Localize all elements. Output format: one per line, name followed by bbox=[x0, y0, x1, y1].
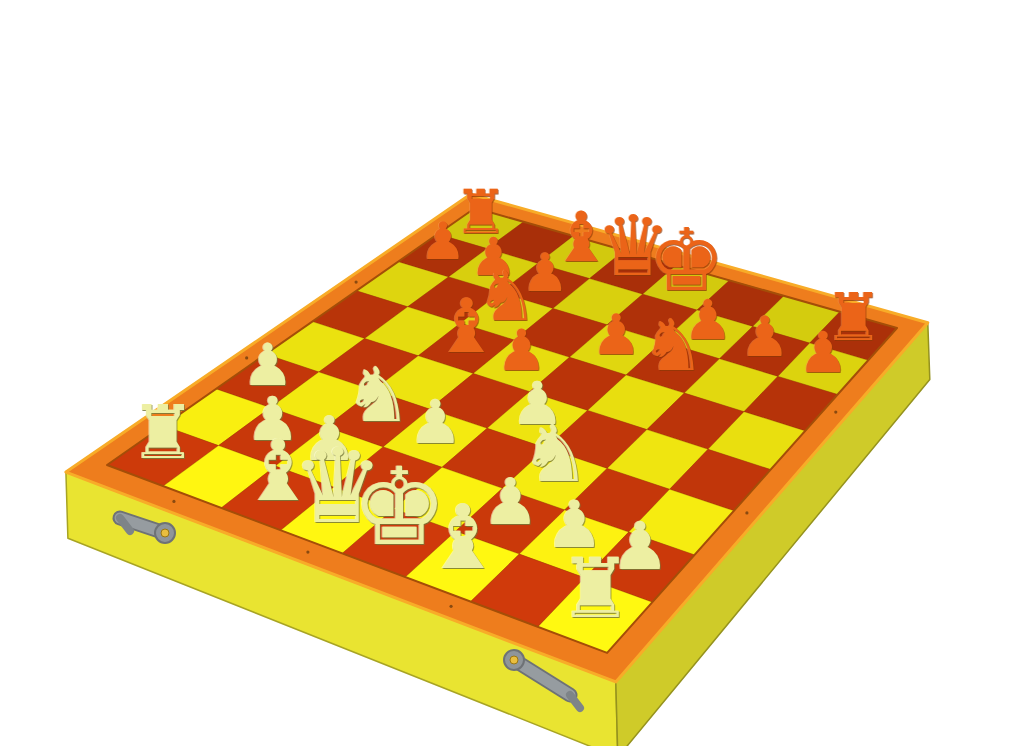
piece-cream-rook[interactable]: ♜ bbox=[559, 548, 633, 630]
latch-screw-icon bbox=[161, 529, 169, 537]
piece-cream-pawn[interactable]: ♟ bbox=[408, 391, 462, 452]
frame-screw-icon bbox=[306, 550, 309, 553]
piece-orange-pawn[interactable]: ♟ bbox=[798, 326, 849, 382]
piece-cream-bishop[interactable]: ♝ bbox=[423, 494, 503, 583]
frame-screw-icon bbox=[172, 500, 175, 503]
frame-screw-icon bbox=[449, 605, 452, 608]
piece-orange-knight[interactable]: ♞ bbox=[641, 310, 705, 382]
piece-orange-pawn[interactable]: ♟ bbox=[420, 216, 466, 268]
piece-cream-rook[interactable]: ♜ bbox=[130, 396, 197, 470]
piece-orange-pawn[interactable]: ♟ bbox=[591, 307, 641, 363]
frame-screw-icon bbox=[745, 511, 748, 514]
frame-screw-icon bbox=[354, 280, 357, 283]
chess-scene: ♜♜♝♛♚♟♟♟♟♟♟♞♟♞♝♟♟♟♞♟♞♟♟♟♟♟♜♝♛♚♝♜ bbox=[0, 0, 1024, 746]
piece-orange-pawn[interactable]: ♟ bbox=[740, 309, 790, 365]
piece-orange-bishop[interactable]: ♝ bbox=[433, 288, 500, 363]
latch-screw-icon bbox=[510, 656, 518, 664]
frame-screw-icon bbox=[834, 410, 837, 413]
